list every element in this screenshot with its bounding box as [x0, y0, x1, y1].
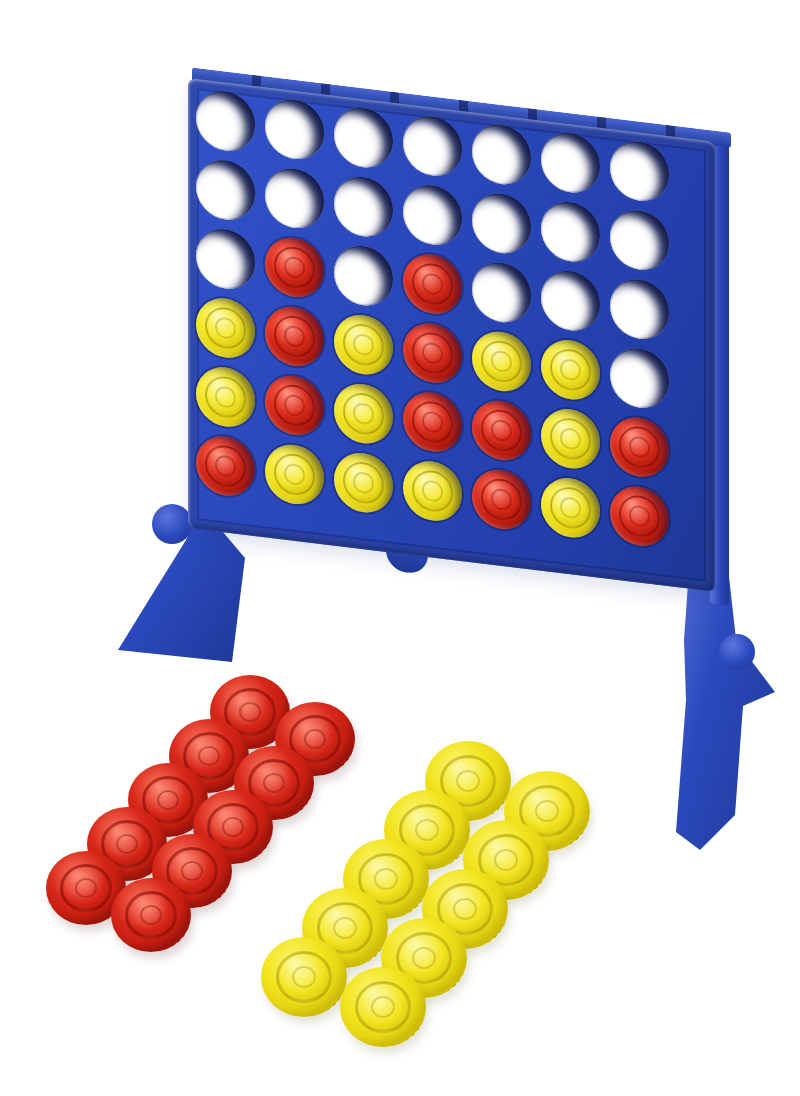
tray-yellow-disc[interactable] [261, 937, 347, 1017]
tray-yellow-disc[interactable] [340, 967, 426, 1047]
yellow-disc-tray [0, 0, 800, 1096]
connect-four-scene [0, 0, 800, 1096]
